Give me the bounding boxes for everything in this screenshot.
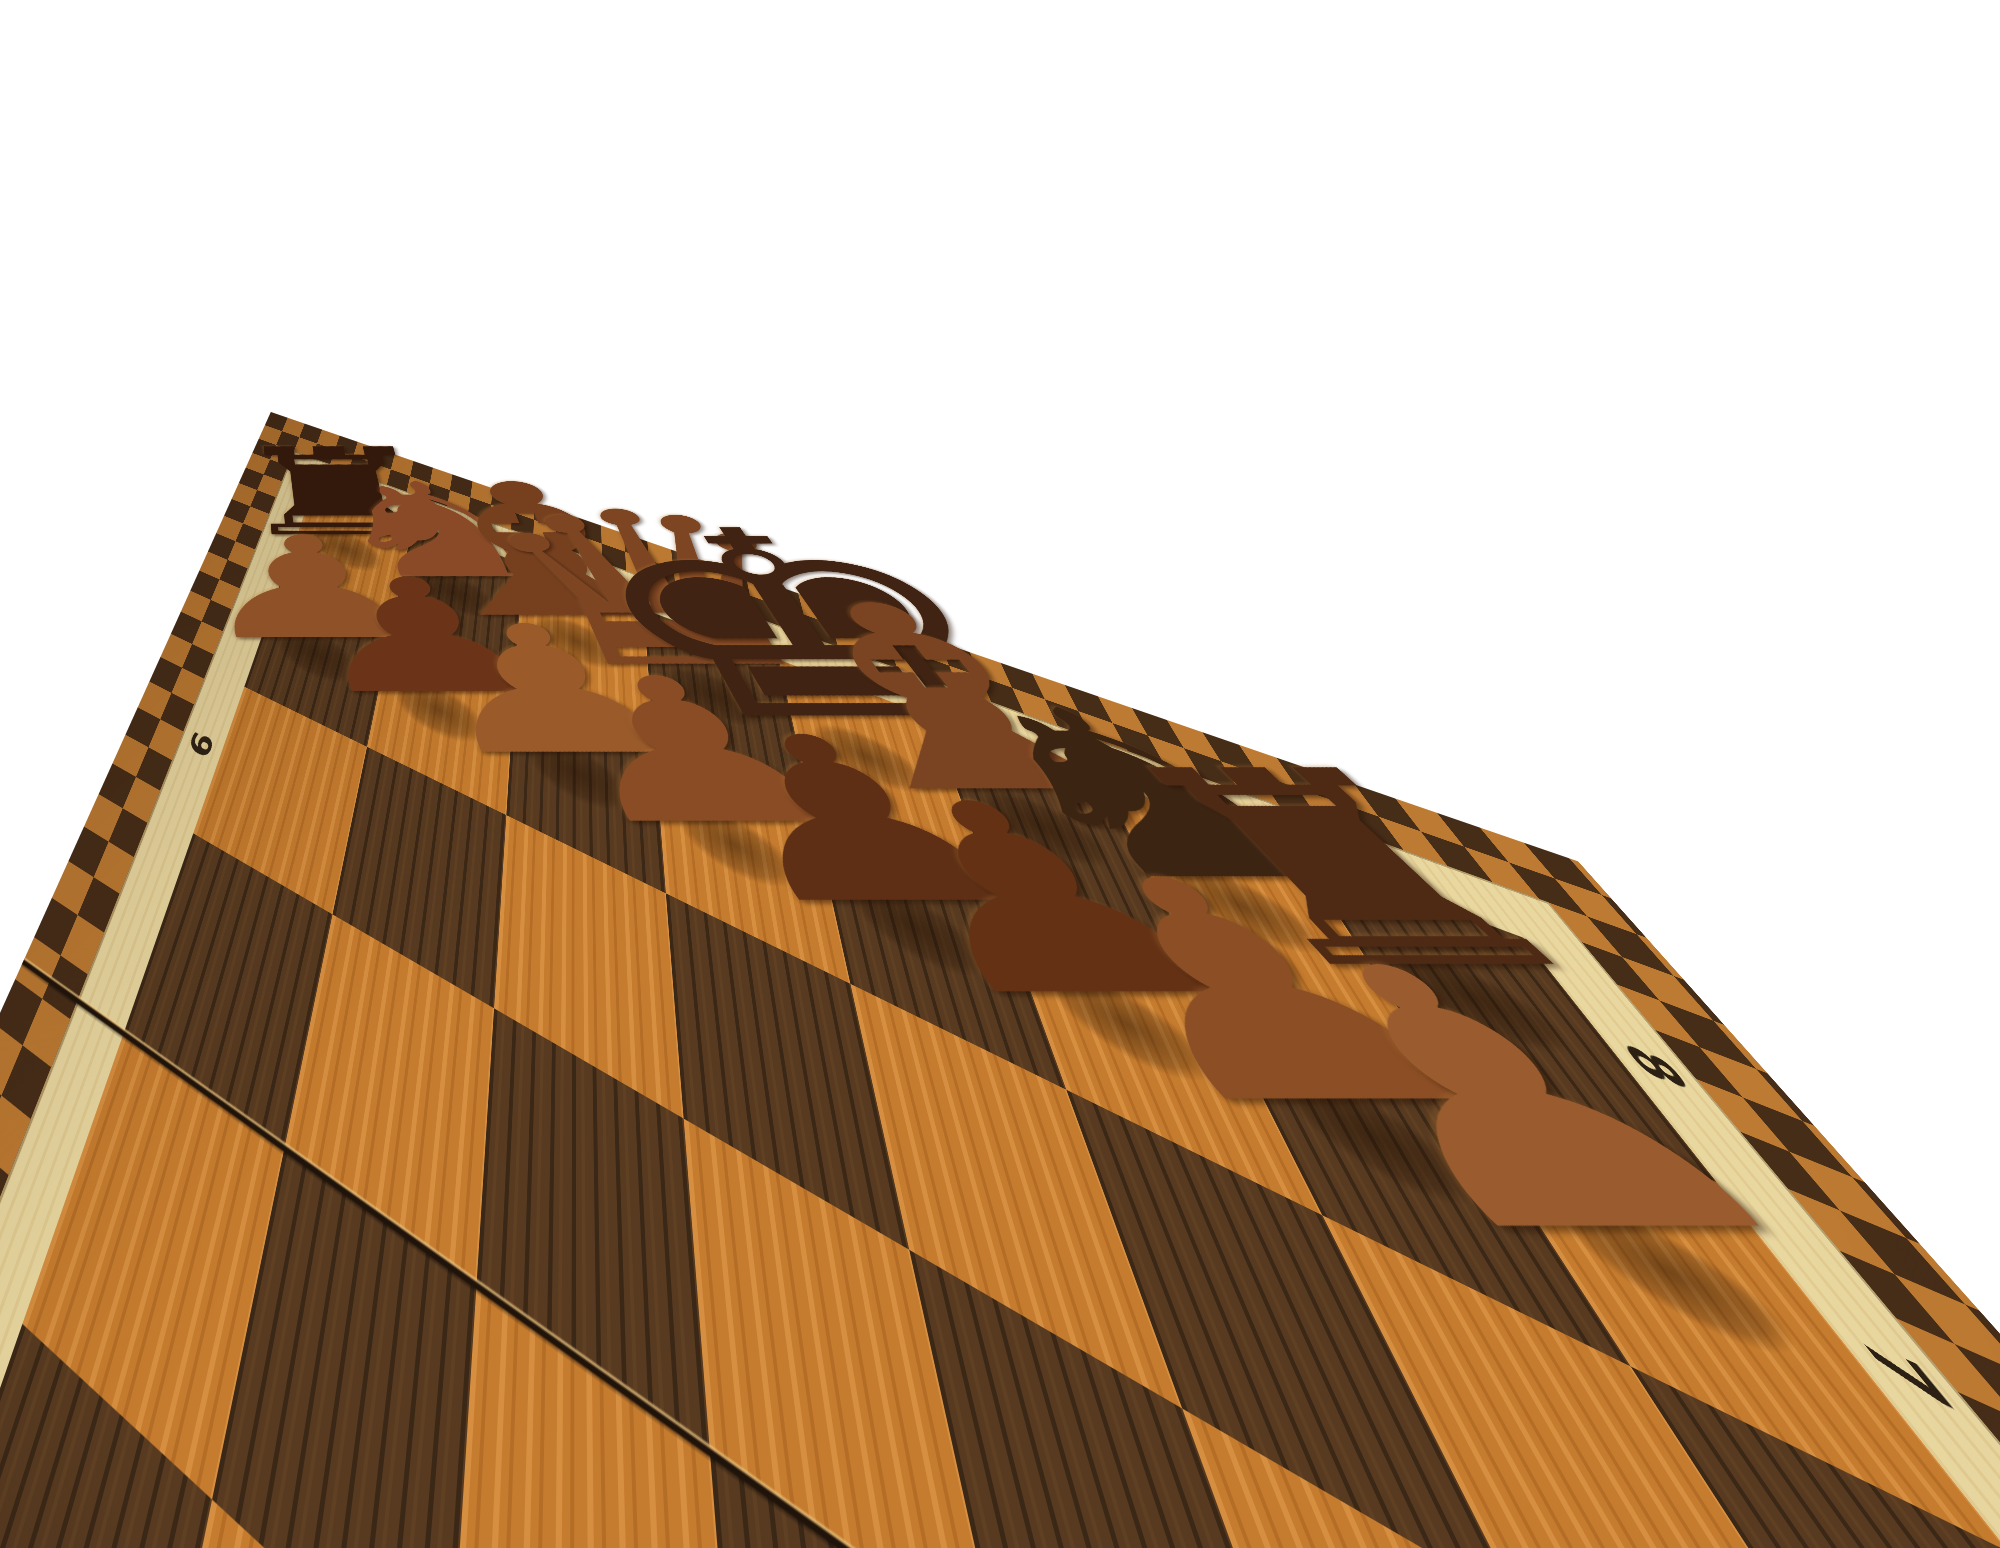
pieces-layer: ♜♞♝♛♚♝♞♜♟♟♟♟♟♟♟♟ bbox=[271, 412, 1579, 862]
chess-photo-scene: 8766 ♜♞♝♛♚♝♞♜♟♟♟♟♟♟♟♟ bbox=[0, 0, 2000, 1548]
chess-board: 8766 ♜♞♝♛♚♝♞♜♟♟♟♟♟♟♟♟ bbox=[0, 0, 1579, 1548]
